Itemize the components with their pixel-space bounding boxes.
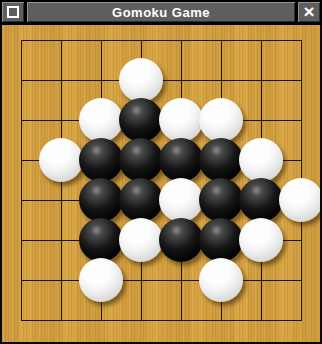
- board-cell[interactable]: [41, 300, 81, 340]
- board-cell[interactable]: [201, 25, 241, 60]
- board-cell[interactable]: [41, 60, 81, 100]
- board-cell[interactable]: ●: [161, 220, 201, 260]
- board-cell[interactable]: ●: [121, 140, 161, 180]
- board-cell[interactable]: [81, 25, 121, 60]
- white-stone: ○: [239, 218, 283, 262]
- board-area: ○○●○○○●●●●○●●○●●○●○●●○○○: [0, 25, 322, 344]
- board-cell[interactable]: [161, 60, 201, 100]
- board-cell[interactable]: ○: [81, 100, 121, 140]
- black-stone: ●: [239, 178, 283, 222]
- board-cell[interactable]: [1, 300, 41, 340]
- board-cell[interactable]: [281, 300, 321, 340]
- white-stone: ○: [279, 178, 322, 222]
- white-stone: ○: [159, 98, 203, 142]
- board-cell[interactable]: [161, 300, 201, 340]
- board-cell[interactable]: [281, 25, 321, 60]
- board-cell[interactable]: ●: [241, 180, 281, 220]
- board-cell[interactable]: [1, 140, 41, 180]
- board-cell[interactable]: ○: [201, 100, 241, 140]
- board-cell[interactable]: [41, 180, 81, 220]
- black-stone: ●: [199, 218, 243, 262]
- board-cell[interactable]: [1, 260, 41, 300]
- board-cell[interactable]: [121, 260, 161, 300]
- white-stone: ○: [159, 178, 203, 222]
- board-cell[interactable]: [241, 300, 281, 340]
- window-menu-icon: [7, 6, 19, 18]
- board-cell[interactable]: [281, 260, 321, 300]
- board-cell[interactable]: [281, 140, 321, 180]
- board-cell[interactable]: [1, 60, 41, 100]
- board-cell[interactable]: ●: [121, 180, 161, 220]
- board-cell[interactable]: ●: [161, 140, 201, 180]
- board-cell[interactable]: [161, 25, 201, 60]
- black-stone: ●: [119, 138, 163, 182]
- board-cell[interactable]: [281, 220, 321, 260]
- white-stone: ○: [39, 138, 83, 182]
- board-cell[interactable]: [41, 100, 81, 140]
- black-stone: ●: [199, 178, 243, 222]
- board-cell[interactable]: [201, 300, 241, 340]
- black-stone: ●: [119, 178, 163, 222]
- board-cell[interactable]: [41, 220, 81, 260]
- board-cell[interactable]: [41, 260, 81, 300]
- black-stone: ●: [79, 138, 123, 182]
- board-cell[interactable]: ○: [121, 60, 161, 100]
- board-cell[interactable]: ●: [121, 100, 161, 140]
- white-stone: ○: [79, 98, 123, 142]
- board-cell[interactable]: ●: [81, 220, 121, 260]
- board-cell[interactable]: ●: [201, 140, 241, 180]
- black-stone: ●: [159, 218, 203, 262]
- board-cell[interactable]: ●: [201, 220, 241, 260]
- close-icon: ×: [303, 2, 314, 21]
- board-cell[interactable]: [81, 300, 121, 340]
- black-stone: ●: [79, 218, 123, 262]
- titlebar-title-area[interactable]: Gomoku Game: [27, 2, 295, 22]
- board-cell[interactable]: [121, 300, 161, 340]
- board-cell[interactable]: ○: [81, 260, 121, 300]
- board-cell[interactable]: [201, 60, 241, 100]
- board-cell[interactable]: ●: [201, 180, 241, 220]
- board-cell[interactable]: ○: [241, 220, 281, 260]
- board-cell[interactable]: ○: [161, 180, 201, 220]
- board-cell[interactable]: ●: [81, 140, 121, 180]
- board-cell[interactable]: [161, 260, 201, 300]
- board-cell[interactable]: [241, 25, 281, 60]
- white-stone: ○: [119, 218, 163, 262]
- board-cell[interactable]: ○: [241, 140, 281, 180]
- titlebar: Gomoku Game ×: [0, 0, 322, 25]
- white-stone: ○: [199, 258, 243, 302]
- board-cell[interactable]: ○: [41, 140, 81, 180]
- gomoku-board: ○○●○○○●●●●○●●○●●○●○●●○○○: [1, 25, 321, 340]
- board-cell[interactable]: [241, 60, 281, 100]
- board-cell[interactable]: [281, 100, 321, 140]
- board-cell[interactable]: [121, 25, 161, 60]
- gomoku-window: Gomoku Game × ○○●○○○●●●●○●●○●●○●○●●○○○: [0, 0, 322, 344]
- board-cell[interactable]: [1, 100, 41, 140]
- board-cell[interactable]: [81, 60, 121, 100]
- white-stone: ○: [199, 98, 243, 142]
- board-cell[interactable]: ○: [121, 220, 161, 260]
- white-stone: ○: [79, 258, 123, 302]
- board-cell[interactable]: ○: [161, 100, 201, 140]
- board-cell[interactable]: [281, 60, 321, 100]
- board-cell[interactable]: ○: [281, 180, 321, 220]
- window-menu-button[interactable]: [2, 2, 24, 22]
- white-stone: ○: [239, 138, 283, 182]
- board-cell[interactable]: [41, 25, 81, 60]
- black-stone: ●: [119, 98, 163, 142]
- white-stone: ○: [119, 58, 163, 102]
- board-cell[interactable]: [241, 260, 281, 300]
- close-button[interactable]: ×: [298, 2, 320, 22]
- board-cell[interactable]: [1, 220, 41, 260]
- window-title: Gomoku Game: [112, 5, 210, 20]
- black-stone: ●: [159, 138, 203, 182]
- board-cell[interactable]: [241, 100, 281, 140]
- board-cell[interactable]: [1, 25, 41, 60]
- board-cell[interactable]: [1, 180, 41, 220]
- black-stone: ●: [199, 138, 243, 182]
- board-cell[interactable]: ○: [201, 260, 241, 300]
- black-stone: ●: [79, 178, 123, 222]
- board-cell[interactable]: ●: [81, 180, 121, 220]
